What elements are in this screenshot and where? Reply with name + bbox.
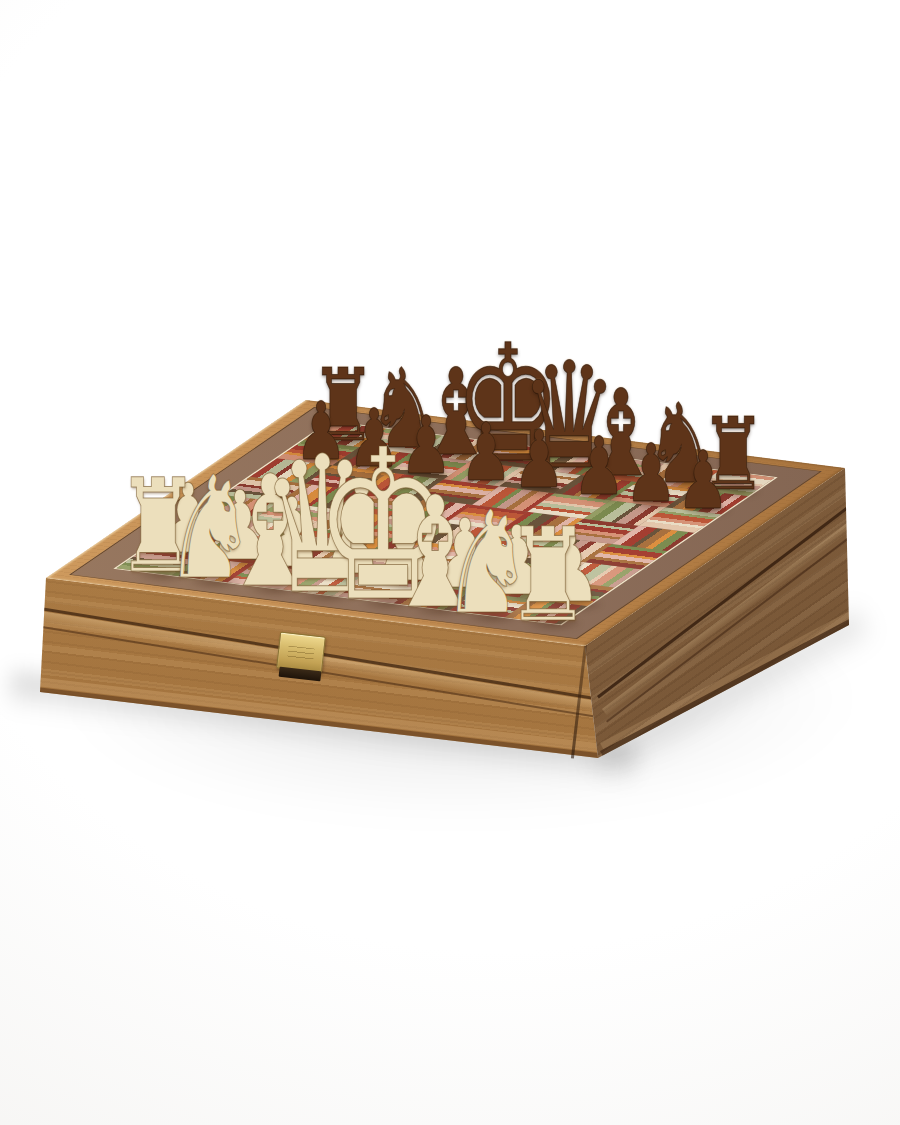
- pieces-layer: ♜♞♝♚♛♝♞♜♟♟♟♟♟♟♟♟♟♟♟♟♟♟♟♟♜♞♝♛♚♝♞♜: [0, 0, 900, 1125]
- piece-dark-pawn-f7[interactable]: ♟: [572, 427, 625, 507]
- piece-dark-pawn-g7[interactable]: ♟: [625, 434, 678, 514]
- product-photo-stage: ♜♞♝♚♛♝♞♜♟♟♟♟♟♟♟♟♟♟♟♟♟♟♟♟♜♞♝♛♚♝♞♜: [0, 0, 900, 1125]
- piece-white-rook-h1[interactable]: ♜: [505, 511, 591, 640]
- piece-dark-pawn-h7[interactable]: ♟: [677, 441, 730, 521]
